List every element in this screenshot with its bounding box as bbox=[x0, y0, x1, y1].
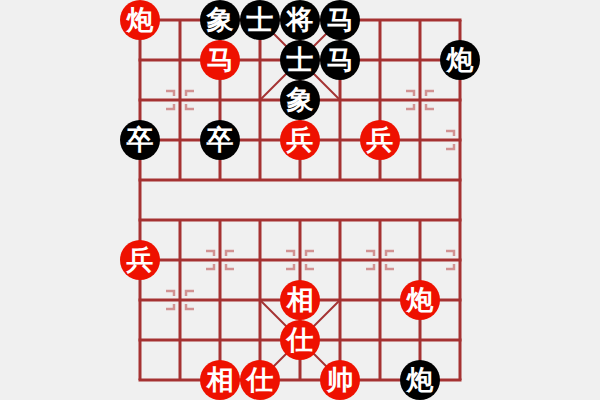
piece-black-horse[interactable]: 马 bbox=[320, 0, 360, 40]
piece-red-general[interactable]: 帅 bbox=[320, 360, 360, 400]
piece-red-horse[interactable]: 马 bbox=[200, 40, 240, 80]
piece-red-soldier[interactable]: 兵 bbox=[360, 120, 400, 160]
piece-black-cannon[interactable]: 炮 bbox=[400, 360, 440, 400]
piece-red-soldier[interactable]: 兵 bbox=[120, 240, 160, 280]
piece-red-soldier[interactable]: 兵 bbox=[280, 120, 320, 160]
piece-red-elephant[interactable]: 相 bbox=[200, 360, 240, 400]
piece-black-elephant[interactable]: 象 bbox=[200, 0, 240, 40]
piece-black-elephant[interactable]: 象 bbox=[280, 80, 320, 120]
piece-black-soldier[interactable]: 卒 bbox=[200, 120, 240, 160]
piece-black-advisor[interactable]: 士 bbox=[280, 40, 320, 80]
piece-red-advisor[interactable]: 仕 bbox=[280, 320, 320, 360]
piece-red-cannon[interactable]: 炮 bbox=[400, 280, 440, 320]
piece-grid: 炮象士将马马士马炮象卒卒兵兵兵相炮仕相仕帅炮 bbox=[120, 0, 480, 400]
piece-red-advisor[interactable]: 仕 bbox=[240, 360, 280, 400]
piece-black-advisor[interactable]: 士 bbox=[240, 0, 280, 40]
piece-red-cannon[interactable]: 炮 bbox=[120, 0, 160, 40]
xiangqi-board: 炮象士将马马士马炮象卒卒兵兵兵相炮仕相仕帅炮 bbox=[0, 0, 600, 400]
piece-black-soldier[interactable]: 卒 bbox=[120, 120, 160, 160]
piece-black-horse[interactable]: 马 bbox=[320, 40, 360, 80]
piece-black-cannon[interactable]: 炮 bbox=[440, 40, 480, 80]
piece-red-elephant[interactable]: 相 bbox=[280, 280, 320, 320]
piece-black-general[interactable]: 将 bbox=[280, 0, 320, 40]
